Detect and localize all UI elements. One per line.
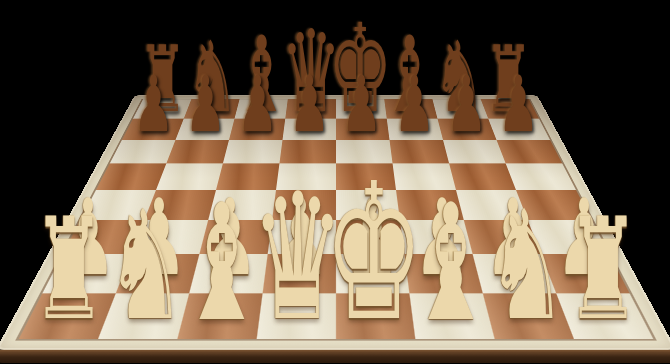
black-pawn-h7[interactable]: ♟ (495, 66, 541, 143)
black-pawn-c7[interactable]: ♟ (235, 66, 281, 143)
black-pawn-e7[interactable]: ♟ (339, 66, 385, 143)
black-pawn-f7[interactable]: ♟ (391, 66, 437, 143)
pieces-layer: ♜♞♝♛♚♝♞♜♟♟♟♟♟♟♟♟♟♟♟♟♟♟♟♟♜♞♝♛♚♝♞♜ (0, 0, 670, 364)
white-knight-g1[interactable]: ♞ (482, 191, 571, 342)
black-pawn-a7[interactable]: ♟ (131, 66, 177, 143)
black-pawn-g7[interactable]: ♟ (443, 66, 489, 143)
chess-photo-scene: ♜♞♝♛♚♝♞♜♟♟♟♟♟♟♟♟♟♟♟♟♟♟♟♟♜♞♝♛♚♝♞♜ (0, 0, 670, 364)
white-rook-h1[interactable]: ♜ (561, 200, 644, 341)
black-pawn-d7[interactable]: ♟ (287, 66, 333, 143)
white-rook-a1[interactable]: ♜ (27, 200, 110, 341)
black-pawn-b7[interactable]: ♟ (183, 66, 229, 143)
